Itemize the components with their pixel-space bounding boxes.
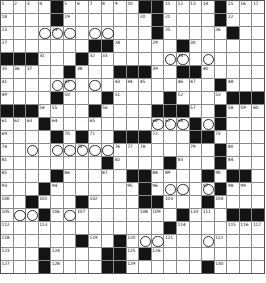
grid-cell[interactable] xyxy=(252,66,264,78)
grid-cell[interactable]: 4 xyxy=(39,1,51,13)
grid-cell[interactable] xyxy=(102,144,114,156)
grid-cell[interactable] xyxy=(252,79,264,91)
grid-cell[interactable] xyxy=(76,157,88,169)
grid-cell[interactable] xyxy=(64,105,76,117)
grid-cell[interactable]: 17 xyxy=(252,1,264,13)
grid-cell[interactable] xyxy=(127,209,139,221)
grid-cell[interactable] xyxy=(39,157,51,169)
grid-cell[interactable] xyxy=(102,27,114,39)
grid-cell[interactable]: 96 xyxy=(152,183,164,195)
grid-cell[interactable] xyxy=(127,105,139,117)
grid-cell[interactable] xyxy=(39,66,51,78)
grid-cell[interactable]: 22 xyxy=(227,14,239,26)
grid-cell[interactable] xyxy=(26,222,38,234)
grid-cell[interactable] xyxy=(102,131,114,143)
grid-cell[interactable]: 51 xyxy=(114,92,126,104)
grid-cell[interactable] xyxy=(227,248,239,260)
grid-cell[interactable]: 42 xyxy=(64,79,76,91)
grid-cell[interactable] xyxy=(14,27,26,39)
grid-cell[interactable]: 65 xyxy=(89,118,101,130)
grid-cell[interactable]: 129 xyxy=(127,261,139,273)
grid-cell[interactable]: 71 xyxy=(89,131,101,143)
grid-cell[interactable] xyxy=(252,14,264,26)
grid-cell[interactable] xyxy=(240,118,252,130)
grid-cell[interactable]: 93 xyxy=(1,183,13,195)
grid-cell[interactable] xyxy=(64,27,76,39)
grid-cell[interactable] xyxy=(64,157,76,169)
grid-cell[interactable]: 76 xyxy=(114,144,126,156)
grid-cell[interactable]: 105 xyxy=(1,209,13,221)
grid-cell[interactable]: 87 xyxy=(102,170,114,182)
grid-cell[interactable] xyxy=(89,79,101,91)
grid-cell[interactable] xyxy=(164,209,176,221)
grid-cell[interactable] xyxy=(14,248,26,260)
grid-cell[interactable]: 83 xyxy=(177,157,189,169)
grid-cell[interactable] xyxy=(76,92,88,104)
grid-cell[interactable] xyxy=(64,40,76,52)
grid-cell[interactable] xyxy=(190,183,202,195)
grid-cell[interactable]: 126 xyxy=(152,248,164,260)
grid-cell[interactable] xyxy=(164,131,176,143)
grid-cell[interactable] xyxy=(39,144,51,156)
grid-cell[interactable]: 104 xyxy=(215,196,227,208)
grid-cell[interactable] xyxy=(177,14,189,26)
grid-cell[interactable] xyxy=(14,170,26,182)
grid-cell[interactable] xyxy=(51,144,63,156)
grid-cell[interactable]: 86 xyxy=(64,170,76,182)
grid-cell[interactable] xyxy=(152,261,164,273)
grid-cell[interactable] xyxy=(227,118,239,130)
grid-cell[interactable]: 41 xyxy=(1,79,13,91)
grid-cell[interactable]: 117 xyxy=(252,222,264,234)
grid-cell[interactable] xyxy=(202,118,214,130)
grid-cell[interactable] xyxy=(177,144,189,156)
grid-cell[interactable] xyxy=(164,79,176,91)
grid-cell[interactable] xyxy=(89,248,101,260)
grid-cell[interactable]: 63 xyxy=(26,118,38,130)
grid-cell[interactable] xyxy=(139,157,151,169)
grid-cell[interactable] xyxy=(252,53,264,65)
grid-cell[interactable] xyxy=(89,183,101,195)
grid-cell[interactable]: 88 xyxy=(152,170,164,182)
grid-cell[interactable] xyxy=(26,131,38,143)
grid-cell[interactable]: 64 xyxy=(51,118,63,130)
grid-cell[interactable] xyxy=(14,222,26,234)
grid-cell[interactable]: 100 xyxy=(1,196,13,208)
grid-cell[interactable]: 67 xyxy=(164,118,176,130)
grid-cell[interactable]: 60 xyxy=(252,105,264,117)
grid-cell[interactable]: 125 xyxy=(127,248,139,260)
grid-cell[interactable] xyxy=(39,79,51,91)
grid-cell[interactable] xyxy=(26,209,38,221)
grid-cell[interactable]: 46 xyxy=(177,79,189,91)
grid-cell[interactable] xyxy=(202,40,214,52)
grid-cell[interactable]: 1 xyxy=(1,1,13,13)
grid-cell[interactable] xyxy=(202,14,214,26)
grid-cell[interactable] xyxy=(39,131,51,143)
grid-cell[interactable] xyxy=(190,92,202,104)
grid-cell[interactable]: 79 xyxy=(190,144,202,156)
grid-cell[interactable] xyxy=(227,66,239,78)
grid-cell[interactable] xyxy=(139,118,151,130)
grid-cell[interactable] xyxy=(127,53,139,65)
grid-cell[interactable] xyxy=(152,235,164,247)
grid-cell[interactable] xyxy=(152,144,164,156)
grid-cell[interactable] xyxy=(202,79,214,91)
grid-cell[interactable] xyxy=(89,209,101,221)
grid-cell[interactable]: 75 xyxy=(76,144,88,156)
grid-cell[interactable]: 108 xyxy=(139,209,151,221)
grid-cell[interactable] xyxy=(227,40,239,52)
grid-cell[interactable] xyxy=(252,131,264,143)
grid-cell[interactable]: 62 xyxy=(14,118,26,130)
grid-cell[interactable] xyxy=(190,235,202,247)
grid-cell[interactable]: 89 xyxy=(164,170,176,182)
grid-cell[interactable] xyxy=(51,53,63,65)
grid-cell[interactable]: 49 xyxy=(1,92,13,104)
grid-cell[interactable] xyxy=(252,144,264,156)
grid-cell[interactable] xyxy=(39,14,51,26)
grid-cell[interactable] xyxy=(252,170,264,182)
grid-cell[interactable]: 8 xyxy=(102,1,114,13)
grid-cell[interactable] xyxy=(51,157,63,169)
grid-cell[interactable] xyxy=(240,53,252,65)
grid-cell[interactable]: 11 xyxy=(164,1,176,13)
grid-cell[interactable] xyxy=(139,92,151,104)
grid-cell[interactable] xyxy=(240,27,252,39)
grid-cell[interactable] xyxy=(164,144,176,156)
grid-cell[interactable] xyxy=(39,170,51,182)
grid-cell[interactable] xyxy=(177,235,189,247)
grid-cell[interactable]: 19 xyxy=(64,14,76,26)
grid-cell[interactable] xyxy=(227,235,239,247)
grid-cell[interactable] xyxy=(139,235,151,247)
grid-cell[interactable]: 12 xyxy=(177,1,189,13)
grid-cell[interactable] xyxy=(202,105,214,117)
grid-cell[interactable]: 23 xyxy=(1,27,13,39)
grid-cell[interactable] xyxy=(190,170,202,182)
grid-cell[interactable]: 84 xyxy=(227,157,239,169)
grid-cell[interactable] xyxy=(26,261,38,273)
grid-cell[interactable] xyxy=(202,248,214,260)
grid-cell[interactable]: 127 xyxy=(1,261,13,273)
grid-cell[interactable]: 29 xyxy=(152,40,164,52)
grid-cell[interactable] xyxy=(240,261,252,273)
grid-cell[interactable] xyxy=(102,79,114,91)
grid-cell[interactable] xyxy=(26,27,38,39)
grid-cell[interactable] xyxy=(215,66,227,78)
grid-cell[interactable] xyxy=(240,196,252,208)
grid-cell[interactable] xyxy=(164,248,176,260)
grid-cell[interactable] xyxy=(190,14,202,26)
grid-cell[interactable] xyxy=(26,235,38,247)
grid-cell[interactable] xyxy=(64,53,76,65)
grid-cell[interactable]: 94 xyxy=(51,183,63,195)
grid-cell[interactable] xyxy=(240,235,252,247)
grid-cell[interactable]: 66 xyxy=(152,118,164,130)
grid-cell[interactable] xyxy=(76,222,88,234)
grid-cell[interactable] xyxy=(64,235,76,247)
grid-cell[interactable] xyxy=(102,14,114,26)
grid-cell[interactable]: 40 xyxy=(202,66,214,78)
grid-cell[interactable] xyxy=(240,157,252,169)
grid-cell[interactable]: 118 xyxy=(1,235,13,247)
grid-cell[interactable] xyxy=(14,196,26,208)
grid-cell[interactable]: 34 xyxy=(177,53,189,65)
grid-cell[interactable] xyxy=(177,27,189,39)
grid-cell[interactable] xyxy=(240,131,252,143)
grid-cell[interactable]: 28 xyxy=(114,40,126,52)
grid-cell[interactable] xyxy=(89,222,101,234)
grid-cell[interactable]: 6 xyxy=(76,1,88,13)
grid-cell[interactable] xyxy=(190,157,202,169)
grid-cell[interactable]: 38 xyxy=(76,66,88,78)
grid-cell[interactable]: 14 xyxy=(202,1,214,13)
grid-cell[interactable] xyxy=(202,53,214,65)
grid-cell[interactable] xyxy=(26,92,38,104)
grid-cell[interactable] xyxy=(127,14,139,26)
grid-cell[interactable] xyxy=(227,53,239,65)
grid-cell[interactable] xyxy=(89,92,101,104)
grid-cell[interactable] xyxy=(26,248,38,260)
grid-cell[interactable]: 103 xyxy=(164,196,176,208)
grid-cell[interactable] xyxy=(64,183,76,195)
grid-cell[interactable]: 43 xyxy=(114,79,126,91)
grid-cell[interactable] xyxy=(114,222,126,234)
grid-cell[interactable] xyxy=(14,157,26,169)
grid-cell[interactable] xyxy=(14,92,26,104)
grid-cell[interactable] xyxy=(152,92,164,104)
grid-cell[interactable] xyxy=(190,222,202,234)
grid-cell[interactable]: 45 xyxy=(139,79,151,91)
grid-cell[interactable]: 13 xyxy=(190,1,202,13)
grid-cell[interactable]: 95 xyxy=(127,183,139,195)
grid-cell[interactable]: 21 xyxy=(164,14,176,26)
grid-cell[interactable] xyxy=(89,170,101,182)
grid-cell[interactable]: 111 xyxy=(202,209,214,221)
grid-cell[interactable]: 61 xyxy=(1,118,13,130)
grid-cell[interactable] xyxy=(114,53,126,65)
grid-cell[interactable]: 124 xyxy=(51,248,63,260)
grid-cell[interactable] xyxy=(202,92,214,104)
grid-cell[interactable]: 36 xyxy=(14,66,26,78)
grid-cell[interactable]: 58 xyxy=(227,105,239,117)
grid-cell[interactable] xyxy=(102,209,114,221)
grid-cell[interactable]: 30 xyxy=(190,40,202,52)
grid-cell[interactable] xyxy=(39,92,51,104)
grid-cell[interactable] xyxy=(114,105,126,117)
grid-cell[interactable] xyxy=(202,157,214,169)
grid-cell[interactable]: 2 xyxy=(14,1,26,13)
grid-cell[interactable] xyxy=(202,235,214,247)
grid-cell[interactable] xyxy=(39,235,51,247)
grid-cell[interactable] xyxy=(64,196,76,208)
grid-cell[interactable]: 27 xyxy=(1,40,13,52)
grid-cell[interactable] xyxy=(14,40,26,52)
grid-cell[interactable]: 109 xyxy=(152,209,164,221)
grid-cell[interactable] xyxy=(164,53,176,65)
grid-cell[interactable]: 122 xyxy=(215,235,227,247)
grid-cell[interactable]: 9 xyxy=(114,1,126,13)
grid-cell[interactable]: 74 xyxy=(1,144,13,156)
grid-cell[interactable]: 31 xyxy=(39,53,51,65)
grid-cell[interactable] xyxy=(190,27,202,39)
grid-cell[interactable]: 57 xyxy=(190,105,202,117)
grid-cell[interactable] xyxy=(252,40,264,52)
grid-cell[interactable]: 5 xyxy=(64,1,76,13)
grid-cell[interactable] xyxy=(14,261,26,273)
grid-cell[interactable] xyxy=(164,261,176,273)
grid-cell[interactable]: 59 xyxy=(240,105,252,117)
grid-cell[interactable] xyxy=(177,248,189,260)
grid-cell[interactable]: 54 xyxy=(39,105,51,117)
grid-cell[interactable] xyxy=(114,27,126,39)
grid-cell[interactable] xyxy=(64,248,76,260)
grid-cell[interactable] xyxy=(139,40,151,52)
grid-cell[interactable]: 32 xyxy=(89,53,101,65)
grid-cell[interactable]: 70 xyxy=(64,131,76,143)
grid-cell[interactable]: 107 xyxy=(76,209,88,221)
grid-cell[interactable] xyxy=(76,248,88,260)
grid-cell[interactable] xyxy=(139,105,151,117)
grid-cell[interactable]: 55 xyxy=(51,105,63,117)
grid-cell[interactable]: 82 xyxy=(114,157,126,169)
grid-cell[interactable]: 3 xyxy=(26,1,38,13)
grid-cell[interactable]: 24 xyxy=(51,27,63,39)
grid-cell[interactable]: 85 xyxy=(1,170,13,182)
grid-cell[interactable]: 15 xyxy=(227,1,239,13)
grid-cell[interactable]: 81 xyxy=(1,157,13,169)
grid-cell[interactable] xyxy=(102,196,114,208)
grid-cell[interactable] xyxy=(114,196,126,208)
grid-cell[interactable] xyxy=(190,196,202,208)
grid-cell[interactable]: 130 xyxy=(215,261,227,273)
grid-cell[interactable] xyxy=(89,66,101,78)
grid-cell[interactable] xyxy=(240,144,252,156)
grid-cell[interactable] xyxy=(240,14,252,26)
grid-cell[interactable]: 110 xyxy=(190,209,202,221)
grid-cell[interactable] xyxy=(252,118,264,130)
grid-cell[interactable] xyxy=(240,248,252,260)
grid-cell[interactable]: 56 xyxy=(102,105,114,117)
grid-cell[interactable] xyxy=(252,261,264,273)
grid-cell[interactable] xyxy=(139,261,151,273)
grid-cell[interactable] xyxy=(127,40,139,52)
grid-cell[interactable]: 99 xyxy=(240,183,252,195)
grid-cell[interactable]: 20 xyxy=(139,14,151,26)
grid-cell[interactable]: 106 xyxy=(51,209,63,221)
grid-cell[interactable]: 25 xyxy=(164,27,176,39)
grid-cell[interactable] xyxy=(252,235,264,247)
grid-cell[interactable]: 53 xyxy=(215,92,227,104)
grid-cell[interactable] xyxy=(215,222,227,234)
grid-cell[interactable] xyxy=(252,183,264,195)
grid-cell[interactable] xyxy=(14,14,26,26)
grid-cell[interactable] xyxy=(240,66,252,78)
grid-cell[interactable] xyxy=(89,144,101,156)
grid-cell[interactable] xyxy=(127,118,139,130)
grid-cell[interactable] xyxy=(127,196,139,208)
grid-cell[interactable]: 128 xyxy=(51,261,63,273)
grid-cell[interactable] xyxy=(164,183,176,195)
grid-cell[interactable] xyxy=(164,66,176,78)
grid-cell[interactable] xyxy=(76,170,88,182)
grid-cell[interactable]: 112 xyxy=(1,222,13,234)
grid-cell[interactable] xyxy=(227,131,239,143)
grid-cell[interactable]: 47 xyxy=(190,79,202,91)
grid-cell[interactable] xyxy=(39,40,51,52)
grid-cell[interactable] xyxy=(139,27,151,39)
grid-cell[interactable] xyxy=(102,183,114,195)
grid-cell[interactable]: 102 xyxy=(89,196,101,208)
grid-cell[interactable]: 98 xyxy=(227,183,239,195)
grid-cell[interactable] xyxy=(76,40,88,52)
grid-cell[interactable]: 52 xyxy=(177,92,189,104)
grid-cell[interactable] xyxy=(76,118,88,130)
grid-cell[interactable] xyxy=(76,183,88,195)
grid-cell[interactable] xyxy=(152,222,164,234)
grid-cell[interactable]: 115 xyxy=(227,222,239,234)
grid-cell[interactable] xyxy=(26,183,38,195)
grid-cell[interactable] xyxy=(51,196,63,208)
grid-cell[interactable]: 77 xyxy=(127,144,139,156)
grid-cell[interactable] xyxy=(89,27,101,39)
grid-cell[interactable]: 68 xyxy=(177,118,189,130)
grid-cell[interactable] xyxy=(76,27,88,39)
grid-cell[interactable]: 26 xyxy=(215,27,227,39)
grid-cell[interactable] xyxy=(76,105,88,117)
grid-cell[interactable]: 10 xyxy=(127,1,139,13)
grid-cell[interactable] xyxy=(26,40,38,52)
grid-cell[interactable] xyxy=(64,222,76,234)
grid-cell[interactable] xyxy=(215,40,227,52)
grid-cell[interactable]: 80 xyxy=(227,144,239,156)
grid-cell[interactable] xyxy=(39,27,51,39)
grid-cell[interactable]: 123 xyxy=(1,248,13,260)
grid-cell[interactable] xyxy=(102,118,114,130)
grid-cell[interactable] xyxy=(252,196,264,208)
grid-cell[interactable] xyxy=(51,40,63,52)
grid-cell[interactable] xyxy=(14,235,26,247)
grid-cell[interactable]: 119 xyxy=(89,235,101,247)
grid-cell[interactable] xyxy=(64,261,76,273)
grid-cell[interactable]: 7 xyxy=(89,1,101,13)
grid-cell[interactable] xyxy=(139,222,151,234)
grid-cell[interactable] xyxy=(227,196,239,208)
grid-cell[interactable] xyxy=(202,27,214,39)
grid-cell[interactable]: 101 xyxy=(39,196,51,208)
grid-cell[interactable] xyxy=(14,144,26,156)
grid-cell[interactable] xyxy=(76,261,88,273)
grid-cell[interactable] xyxy=(114,209,126,221)
grid-cell[interactable] xyxy=(127,157,139,169)
grid-cell[interactable]: 33 xyxy=(102,53,114,65)
grid-cell[interactable] xyxy=(102,66,114,78)
grid-cell[interactable]: 73 xyxy=(215,131,227,143)
grid-cell[interactable] xyxy=(127,222,139,234)
grid-cell[interactable]: 116 xyxy=(240,222,252,234)
grid-cell[interactable] xyxy=(227,261,239,273)
grid-cell[interactable] xyxy=(177,183,189,195)
grid-cell[interactable] xyxy=(177,131,189,143)
grid-cell[interactable] xyxy=(89,261,101,273)
grid-cell[interactable] xyxy=(152,79,164,91)
grid-cell[interactable] xyxy=(51,222,63,234)
grid-cell[interactable] xyxy=(190,53,202,65)
grid-cell[interactable] xyxy=(252,27,264,39)
grid-cell[interactable]: 113 xyxy=(39,222,51,234)
grid-cell[interactable] xyxy=(127,27,139,39)
